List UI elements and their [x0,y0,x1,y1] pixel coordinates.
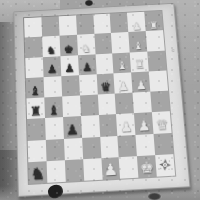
square-e8[interactable] [93,14,111,34]
square-c5[interactable] [61,75,80,96]
square-e7[interactable] [94,33,113,54]
square-f2[interactable] [118,134,137,156]
square-e3[interactable] [99,114,118,136]
square-c7[interactable]: ♚ [59,35,77,56]
white-pawn-g8[interactable]: ♟ [132,21,142,31]
square-a2[interactable] [28,139,47,162]
square-g3[interactable]: ♟ [134,112,153,134]
square-d6[interactable]: ♟ [78,54,97,75]
square-d2[interactable] [82,136,101,158]
square-d8[interactable] [76,15,94,35]
square-a8[interactable] [24,17,42,38]
square-g7[interactable]: ♝ [129,31,148,52]
white-rook-g6[interactable]: ♜ [134,60,145,71]
square-e2[interactable] [100,135,119,157]
white-pawn-e1[interactable]: ♟ [103,162,118,179]
black-bishop-b4[interactable]: ♝ [48,104,60,117]
compass-rose-logo [158,158,172,172]
square-h6[interactable] [147,50,166,71]
square-d1[interactable] [83,158,102,181]
square-f3[interactable]: ♟ [116,113,135,135]
square-g4[interactable] [133,92,152,114]
board-grid: ♟♜♞♚♞♝♟♟♟♝♜♝♛♟♟♜♝♟♟♟♛♞♟♚ [23,10,176,185]
white-bishop-g7[interactable]: ♝ [133,40,143,51]
square-b1[interactable] [46,160,65,183]
square-a1[interactable]: ♞ [28,161,47,184]
square-e5[interactable]: ♛ [96,73,115,94]
square-g1[interactable]: ♚ [137,155,157,178]
white-bishop-f6[interactable]: ♝ [117,61,128,72]
square-c4[interactable] [62,96,81,118]
scene: © ♟♜♞♚♞♝♟♟♟♝♜♝♛♟♟♜♝♟♟♟♛♞♟♚ [0,0,200,200]
square-f6[interactable]: ♝ [113,52,132,73]
white-king-g1[interactable]: ♚ [139,160,155,177]
square-f4[interactable] [115,93,134,115]
white-pawn-f3[interactable]: ♟ [120,120,133,134]
square-c3[interactable]: ♟ [63,116,82,138]
square-h7[interactable] [146,30,165,51]
square-h8[interactable]: ♜ [144,11,163,31]
black-king-c7[interactable]: ♚ [64,44,74,55]
white-pawn-g5[interactable]: ♟ [135,79,147,91]
square-c2[interactable] [64,137,83,160]
offboard-smudge-top [85,0,93,6]
black-queen-e5[interactable]: ♛ [100,81,112,93]
black-pawn-b6[interactable]: ♟ [47,64,58,76]
square-f1[interactable] [119,156,139,179]
square-h5[interactable] [149,70,168,91]
square-b7[interactable]: ♞ [42,36,60,57]
square-b5[interactable] [43,76,61,97]
square-a4[interactable]: ♜ [26,97,45,119]
square-g5[interactable]: ♟ [131,71,150,92]
square-e1[interactable]: ♟ [101,157,120,180]
square-f7[interactable] [111,32,130,53]
square-c6[interactable]: ♟ [60,55,78,76]
black-pawn-c6[interactable]: ♟ [64,63,75,75]
square-d3[interactable] [81,115,100,137]
square-c1[interactable] [65,159,84,182]
square-c8[interactable] [58,15,76,35]
square-a3[interactable] [27,118,46,140]
black-pawn-c3[interactable]: ♟ [66,123,79,137]
square-a5[interactable]: ♝ [26,77,44,98]
black-pawn-d6[interactable]: ♟ [82,63,93,74]
square-b4[interactable]: ♝ [44,96,63,118]
square-b3[interactable] [45,117,64,139]
square-h1[interactable] [155,154,175,177]
square-h3[interactable]: ♛ [152,111,172,133]
square-d5[interactable] [79,74,98,95]
photo-canvas: © ♟♜♞♚♞♝♟♟♟♝♜♝♛♟♟♜♝♟♟♟♛♞♟♚ [0,0,200,200]
black-knight-b7[interactable]: ♞ [46,45,56,56]
chess-board: © ♟♜♞♚♞♝♟♟♟♝♜♝♛♟♟♜♝♟♟♟♛♞♟♚ [13,3,190,197]
copyright-watermark: © [170,48,175,54]
black-rook-a4[interactable]: ♜ [30,105,42,118]
square-b6[interactable]: ♟ [43,56,61,77]
square-g8[interactable]: ♟ [127,12,146,32]
white-pawn-g3[interactable]: ♟ [137,119,150,133]
white-pawn-f5[interactable]: ♟ [118,80,130,92]
square-e4[interactable] [97,94,116,116]
square-g2[interactable] [136,133,156,155]
square-b2[interactable] [46,138,65,161]
square-f8[interactable] [110,13,129,33]
white-knight-d7[interactable]: ♞ [81,43,91,54]
square-f5[interactable]: ♟ [114,72,133,93]
square-h4[interactable] [150,91,169,113]
square-a7[interactable] [25,37,43,58]
black-knight-a1[interactable]: ♞ [30,166,45,183]
offboard-smudge-bottom [148,193,161,200]
square-h2[interactable] [154,132,174,154]
square-d4[interactable] [80,95,99,117]
square-a6[interactable] [25,57,43,78]
square-d7[interactable]: ♞ [77,34,95,55]
square-b8[interactable] [41,16,59,37]
black-bishop-a5[interactable]: ♝ [29,85,40,97]
white-queen-h3[interactable]: ♛ [155,118,168,132]
white-rook-h8[interactable]: ♜ [149,20,159,30]
square-e6[interactable] [95,53,114,74]
square-g6[interactable]: ♜ [130,51,149,72]
